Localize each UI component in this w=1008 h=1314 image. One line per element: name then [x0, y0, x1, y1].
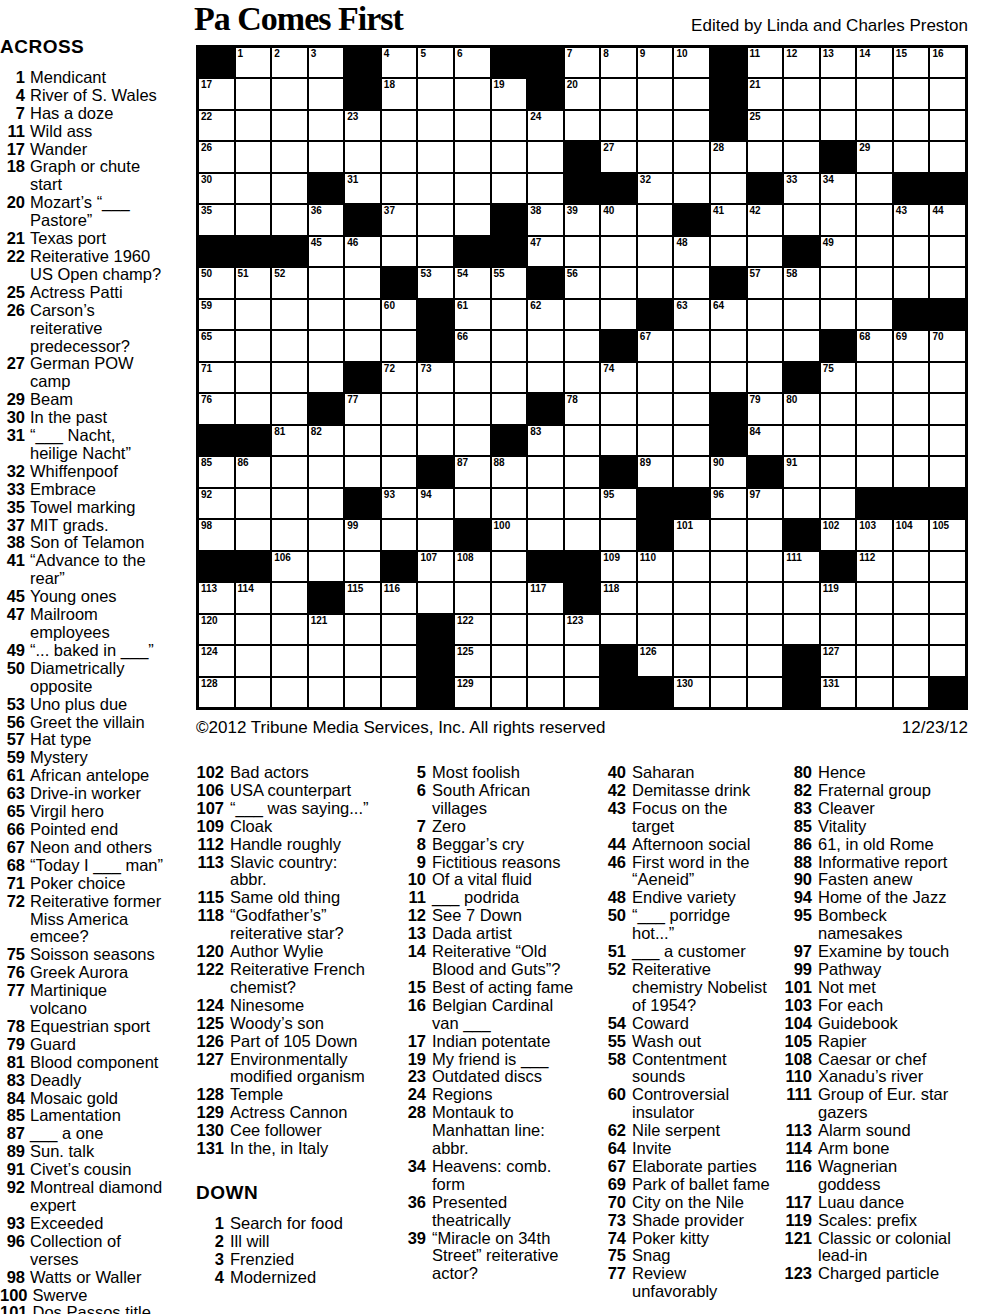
grid-cell[interactable]: 123 [564, 614, 601, 645]
grid-cell[interactable]: 59 [198, 299, 235, 330]
grid-cell[interactable]: 63 [673, 299, 710, 330]
grid-cell[interactable]: 53 [417, 267, 454, 298]
grid-cell[interactable]: 106 [271, 551, 308, 582]
grid-cell[interactable] [454, 488, 491, 519]
grid-cell[interactable]: 124 [198, 645, 235, 676]
grid-cell[interactable]: 126 [637, 645, 674, 676]
grid-cell[interactable]: 112 [856, 551, 893, 582]
grid-cell[interactable]: 64 [710, 299, 747, 330]
grid-cell[interactable] [564, 330, 601, 361]
grid-cell[interactable] [893, 267, 930, 298]
grid-cell[interactable] [673, 173, 710, 204]
grid-cell[interactable]: 17 [198, 78, 235, 109]
grid-cell[interactable] [600, 78, 637, 109]
grid-cell[interactable] [271, 645, 308, 676]
grid-cell[interactable] [747, 551, 784, 582]
grid-cell[interactable] [235, 393, 272, 424]
grid-cell[interactable]: 130 [673, 677, 710, 708]
grid-cell[interactable]: 21 [747, 78, 784, 109]
grid-cell[interactable]: 90 [710, 456, 747, 487]
grid-cell[interactable]: 34 [820, 173, 857, 204]
grid-cell[interactable]: 80 [783, 393, 820, 424]
grid-cell[interactable] [929, 110, 966, 141]
grid-cell[interactable] [929, 425, 966, 456]
grid-cell[interactable]: 91 [783, 456, 820, 487]
grid-cell[interactable]: 121 [308, 614, 345, 645]
grid-cell[interactable]: 18 [381, 78, 418, 109]
grid-cell[interactable] [929, 236, 966, 267]
grid-cell[interactable] [271, 330, 308, 361]
grid-cell[interactable]: 44 [929, 204, 966, 235]
grid-cell[interactable] [637, 236, 674, 267]
grid-cell[interactable]: 48 [673, 236, 710, 267]
grid-cell[interactable] [491, 614, 528, 645]
grid-cell[interactable]: 58 [783, 267, 820, 298]
grid-cell[interactable]: 79 [747, 393, 784, 424]
grid-cell[interactable] [454, 173, 491, 204]
grid-cell[interactable]: 73 [417, 362, 454, 393]
grid-cell[interactable]: 29 [856, 141, 893, 172]
grid-cell[interactable] [893, 425, 930, 456]
grid-cell[interactable]: 74 [600, 362, 637, 393]
grid-cell[interactable] [820, 614, 857, 645]
grid-cell[interactable] [491, 330, 528, 361]
grid-cell[interactable]: 8 [600, 47, 637, 78]
grid-cell[interactable] [929, 141, 966, 172]
grid-cell[interactable]: 82 [308, 425, 345, 456]
grid-cell[interactable] [527, 645, 564, 676]
grid-cell[interactable] [710, 677, 747, 708]
grid-cell[interactable]: 66 [454, 330, 491, 361]
grid-cell[interactable] [673, 582, 710, 613]
grid-cell[interactable]: 77 [344, 393, 381, 424]
grid-cell[interactable] [527, 362, 564, 393]
grid-cell[interactable]: 118 [600, 582, 637, 613]
grid-cell[interactable] [929, 614, 966, 645]
grid-cell[interactable] [308, 330, 345, 361]
grid-cell[interactable] [344, 614, 381, 645]
grid-cell[interactable] [417, 582, 454, 613]
grid-cell[interactable] [673, 362, 710, 393]
grid-cell[interactable] [235, 677, 272, 708]
grid-cell[interactable] [710, 645, 747, 676]
grid-cell[interactable] [747, 582, 784, 613]
grid-cell[interactable]: 37 [381, 204, 418, 235]
grid-cell[interactable] [381, 330, 418, 361]
grid-cell[interactable] [381, 141, 418, 172]
grid-cell[interactable] [673, 393, 710, 424]
grid-cell[interactable] [637, 78, 674, 109]
grid-cell[interactable]: 85 [198, 456, 235, 487]
grid-cell[interactable] [344, 141, 381, 172]
grid-cell[interactable] [491, 299, 528, 330]
grid-cell[interactable] [271, 204, 308, 235]
grid-cell[interactable] [637, 267, 674, 298]
grid-cell[interactable]: 30 [198, 173, 235, 204]
grid-cell[interactable]: 96 [710, 488, 747, 519]
grid-cell[interactable]: 71 [198, 362, 235, 393]
grid-cell[interactable]: 16 [929, 47, 966, 78]
grid-cell[interactable]: 127 [820, 645, 857, 676]
grid-cell[interactable] [271, 78, 308, 109]
grid-cell[interactable]: 99 [344, 519, 381, 550]
grid-cell[interactable] [820, 456, 857, 487]
grid-cell[interactable] [820, 204, 857, 235]
grid-cell[interactable] [527, 488, 564, 519]
grid-cell[interactable] [673, 78, 710, 109]
grid-cell[interactable] [454, 110, 491, 141]
grid-cell[interactable]: 28 [710, 141, 747, 172]
grid-cell[interactable] [856, 173, 893, 204]
grid-cell[interactable]: 19 [491, 78, 528, 109]
grid-cell[interactable] [344, 677, 381, 708]
grid-cell[interactable] [454, 141, 491, 172]
grid-cell[interactable]: 49 [820, 236, 857, 267]
grid-cell[interactable]: 5 [417, 47, 454, 78]
grid-cell[interactable] [820, 393, 857, 424]
grid-cell[interactable]: 103 [856, 519, 893, 550]
grid-cell[interactable] [600, 299, 637, 330]
grid-cell[interactable]: 57 [747, 267, 784, 298]
grid-cell[interactable]: 6 [454, 47, 491, 78]
grid-cell[interactable] [893, 645, 930, 676]
grid-cell[interactable] [637, 614, 674, 645]
grid-cell[interactable]: 94 [417, 488, 454, 519]
grid-cell[interactable]: 86 [235, 456, 272, 487]
grid-cell[interactable] [929, 78, 966, 109]
grid-cell[interactable] [564, 425, 601, 456]
grid-cell[interactable] [710, 173, 747, 204]
grid-cell[interactable] [929, 267, 966, 298]
grid-cell[interactable] [783, 425, 820, 456]
grid-cell[interactable] [783, 141, 820, 172]
grid-cell[interactable] [271, 456, 308, 487]
grid-cell[interactable]: 4 [381, 47, 418, 78]
grid-cell[interactable]: 52 [271, 267, 308, 298]
grid-cell[interactable] [491, 141, 528, 172]
grid-cell[interactable] [454, 204, 491, 235]
grid-cell[interactable] [929, 582, 966, 613]
grid-cell[interactable]: 70 [929, 330, 966, 361]
grid-cell[interactable] [454, 393, 491, 424]
grid-cell[interactable]: 24 [527, 110, 564, 141]
grid-cell[interactable]: 25 [747, 110, 784, 141]
grid-cell[interactable] [673, 551, 710, 582]
grid-cell[interactable] [308, 78, 345, 109]
grid-cell[interactable]: 26 [198, 141, 235, 172]
grid-cell[interactable]: 125 [454, 645, 491, 676]
grid-cell[interactable]: 7 [564, 47, 601, 78]
grid-cell[interactable] [710, 519, 747, 550]
grid-cell[interactable] [783, 330, 820, 361]
grid-cell[interactable]: 75 [820, 362, 857, 393]
grid-cell[interactable]: 129 [454, 677, 491, 708]
grid-cell[interactable] [929, 645, 966, 676]
grid-cell[interactable] [673, 645, 710, 676]
grid-cell[interactable]: 38 [527, 204, 564, 235]
grid-cell[interactable] [381, 614, 418, 645]
grid-cell[interactable]: 101 [673, 519, 710, 550]
grid-cell[interactable] [783, 110, 820, 141]
grid-cell[interactable] [308, 488, 345, 519]
grid-cell[interactable] [747, 645, 784, 676]
grid-cell[interactable] [344, 551, 381, 582]
grid-cell[interactable]: 102 [820, 519, 857, 550]
grid-cell[interactable] [454, 362, 491, 393]
grid-cell[interactable]: 47 [527, 236, 564, 267]
grid-cell[interactable] [856, 645, 893, 676]
grid-cell[interactable]: 3 [308, 47, 345, 78]
grid-cell[interactable] [381, 456, 418, 487]
grid-cell[interactable] [235, 519, 272, 550]
grid-cell[interactable] [893, 78, 930, 109]
grid-cell[interactable] [747, 614, 784, 645]
grid-cell[interactable] [527, 173, 564, 204]
grid-cell[interactable]: 67 [637, 330, 674, 361]
grid-cell[interactable] [417, 141, 454, 172]
grid-cell[interactable]: 78 [564, 393, 601, 424]
grid-cell[interactable] [271, 299, 308, 330]
grid-cell[interactable] [893, 393, 930, 424]
grid-cell[interactable] [637, 582, 674, 613]
grid-cell[interactable]: 115 [344, 582, 381, 613]
grid-cell[interactable] [417, 204, 454, 235]
grid-cell[interactable] [381, 173, 418, 204]
grid-cell[interactable] [308, 456, 345, 487]
grid-cell[interactable]: 87 [454, 456, 491, 487]
grid-cell[interactable]: 89 [637, 456, 674, 487]
grid-cell[interactable] [893, 362, 930, 393]
grid-cell[interactable]: 117 [527, 582, 564, 613]
grid-cell[interactable] [673, 110, 710, 141]
grid-cell[interactable] [271, 362, 308, 393]
grid-cell[interactable] [308, 141, 345, 172]
grid-cell[interactable] [235, 204, 272, 235]
grid-cell[interactable] [820, 425, 857, 456]
grid-cell[interactable]: 55 [491, 267, 528, 298]
grid-cell[interactable] [235, 488, 272, 519]
grid-cell[interactable] [783, 614, 820, 645]
grid-cell[interactable] [417, 78, 454, 109]
grid-cell[interactable] [747, 299, 784, 330]
grid-cell[interactable] [235, 645, 272, 676]
grid-cell[interactable] [673, 456, 710, 487]
grid-cell[interactable]: 61 [454, 299, 491, 330]
grid-cell[interactable] [673, 141, 710, 172]
grid-cell[interactable] [381, 110, 418, 141]
grid-cell[interactable]: 65 [198, 330, 235, 361]
grid-cell[interactable] [673, 330, 710, 361]
grid-cell[interactable] [600, 267, 637, 298]
grid-cell[interactable] [747, 141, 784, 172]
grid-cell[interactable] [783, 299, 820, 330]
grid-cell[interactable] [527, 141, 564, 172]
grid-cell[interactable]: 27 [600, 141, 637, 172]
grid-cell[interactable] [820, 299, 857, 330]
grid-cell[interactable] [929, 456, 966, 487]
grid-cell[interactable] [564, 236, 601, 267]
grid-cell[interactable] [491, 582, 528, 613]
grid-cell[interactable]: 84 [747, 425, 784, 456]
grid-cell[interactable] [344, 267, 381, 298]
grid-cell[interactable]: 36 [308, 204, 345, 235]
grid-cell[interactable]: 50 [198, 267, 235, 298]
grid-cell[interactable] [271, 614, 308, 645]
grid-cell[interactable] [893, 456, 930, 487]
grid-cell[interactable]: 116 [381, 582, 418, 613]
grid-cell[interactable] [820, 267, 857, 298]
grid-cell[interactable] [344, 425, 381, 456]
grid-cell[interactable]: 39 [564, 204, 601, 235]
grid-cell[interactable] [308, 519, 345, 550]
grid-cell[interactable]: 56 [564, 267, 601, 298]
grid-cell[interactable] [271, 141, 308, 172]
grid-cell[interactable]: 105 [929, 519, 966, 550]
grid-cell[interactable] [710, 582, 747, 613]
grid-cell[interactable] [235, 330, 272, 361]
grid-cell[interactable] [344, 299, 381, 330]
grid-cell[interactable] [271, 393, 308, 424]
grid-cell[interactable] [856, 78, 893, 109]
grid-cell[interactable]: 1 [235, 47, 272, 78]
grid-cell[interactable] [491, 110, 528, 141]
grid-cell[interactable] [235, 78, 272, 109]
grid-cell[interactable] [820, 110, 857, 141]
grid-cell[interactable] [381, 519, 418, 550]
grid-cell[interactable]: 122 [454, 614, 491, 645]
grid-cell[interactable]: 95 [600, 488, 637, 519]
grid-cell[interactable]: 15 [893, 47, 930, 78]
grid-cell[interactable]: 68 [856, 330, 893, 361]
grid-cell[interactable] [344, 330, 381, 361]
grid-cell[interactable]: 60 [381, 299, 418, 330]
grid-cell[interactable]: 97 [747, 488, 784, 519]
grid-cell[interactable] [600, 236, 637, 267]
grid-cell[interactable] [637, 425, 674, 456]
grid-cell[interactable] [381, 425, 418, 456]
grid-cell[interactable] [747, 677, 784, 708]
grid-cell[interactable]: 33 [783, 173, 820, 204]
grid-cell[interactable] [747, 519, 784, 550]
grid-cell[interactable] [820, 488, 857, 519]
grid-cell[interactable] [344, 456, 381, 487]
grid-cell[interactable] [271, 519, 308, 550]
grid-cell[interactable] [673, 614, 710, 645]
grid-cell[interactable] [710, 551, 747, 582]
grid-cell[interactable] [454, 425, 491, 456]
grid-cell[interactable]: 83 [527, 425, 564, 456]
grid-cell[interactable] [856, 393, 893, 424]
grid-cell[interactable] [820, 78, 857, 109]
grid-cell[interactable]: 31 [344, 173, 381, 204]
grid-cell[interactable]: 111 [783, 551, 820, 582]
grid-cell[interactable] [783, 488, 820, 519]
grid-cell[interactable] [417, 393, 454, 424]
grid-cell[interactable] [929, 362, 966, 393]
grid-cell[interactable] [600, 425, 637, 456]
grid-cell[interactable]: 76 [198, 393, 235, 424]
grid-cell[interactable] [856, 677, 893, 708]
grid-cell[interactable] [929, 551, 966, 582]
grid-cell[interactable] [600, 519, 637, 550]
grid-cell[interactable] [710, 614, 747, 645]
grid-cell[interactable]: 22 [198, 110, 235, 141]
grid-cell[interactable] [600, 393, 637, 424]
grid-cell[interactable] [893, 582, 930, 613]
grid-cell[interactable] [600, 614, 637, 645]
grid-cell[interactable] [893, 551, 930, 582]
grid-cell[interactable] [527, 677, 564, 708]
grid-cell[interactable] [564, 362, 601, 393]
grid-cell[interactable] [783, 204, 820, 235]
grid-cell[interactable] [747, 330, 784, 361]
grid-cell[interactable] [637, 141, 674, 172]
grid-cell[interactable] [673, 425, 710, 456]
grid-cell[interactable] [527, 330, 564, 361]
grid-cell[interactable]: 93 [381, 488, 418, 519]
grid-cell[interactable]: 12 [783, 47, 820, 78]
grid-cell[interactable]: 100 [491, 519, 528, 550]
grid-cell[interactable] [783, 78, 820, 109]
grid-cell[interactable] [637, 362, 674, 393]
grid-cell[interactable]: 40 [600, 204, 637, 235]
grid-cell[interactable]: 114 [235, 582, 272, 613]
grid-cell[interactable]: 81 [271, 425, 308, 456]
grid-cell[interactable] [381, 677, 418, 708]
grid-cell[interactable]: 11 [747, 47, 784, 78]
grid-cell[interactable] [308, 267, 345, 298]
grid-cell[interactable] [271, 488, 308, 519]
grid-cell[interactable] [271, 110, 308, 141]
grid-cell[interactable] [783, 582, 820, 613]
grid-cell[interactable] [344, 645, 381, 676]
grid-cell[interactable]: 10 [673, 47, 710, 78]
grid-cell[interactable] [929, 393, 966, 424]
grid-cell[interactable]: 23 [344, 110, 381, 141]
grid-cell[interactable]: 98 [198, 519, 235, 550]
grid-cell[interactable] [454, 582, 491, 613]
grid-cell[interactable] [527, 614, 564, 645]
grid-cell[interactable]: 120 [198, 614, 235, 645]
grid-cell[interactable]: 9 [637, 47, 674, 78]
grid-cell[interactable] [637, 204, 674, 235]
grid-cell[interactable] [308, 362, 345, 393]
grid-cell[interactable]: 14 [856, 47, 893, 78]
grid-cell[interactable] [747, 362, 784, 393]
grid-cell[interactable] [235, 141, 272, 172]
grid-cell[interactable]: 110 [637, 551, 674, 582]
grid-cell[interactable] [308, 677, 345, 708]
grid-cell[interactable] [856, 582, 893, 613]
grid-cell[interactable] [417, 425, 454, 456]
grid-cell[interactable] [271, 582, 308, 613]
grid-cell[interactable] [710, 362, 747, 393]
grid-cell[interactable] [491, 393, 528, 424]
grid-cell[interactable] [856, 425, 893, 456]
grid-cell[interactable] [564, 488, 601, 519]
grid-cell[interactable] [856, 362, 893, 393]
grid-cell[interactable]: 104 [893, 519, 930, 550]
grid-cell[interactable] [893, 236, 930, 267]
grid-cell[interactable] [271, 173, 308, 204]
grid-cell[interactable]: 32 [637, 173, 674, 204]
grid-cell[interactable]: 43 [893, 204, 930, 235]
grid-cell[interactable] [417, 519, 454, 550]
grid-cell[interactable]: 109 [600, 551, 637, 582]
grid-cell[interactable] [856, 267, 893, 298]
grid-cell[interactable] [893, 110, 930, 141]
grid-cell[interactable] [710, 330, 747, 361]
